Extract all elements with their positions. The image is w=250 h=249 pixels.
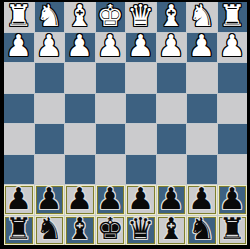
square-h8[interactable]: ♜ [4,216,34,246]
square-c7[interactable]: ♟ [157,185,187,215]
square-h1[interactable]: ♜ [4,2,34,32]
square-b6[interactable] [187,155,217,185]
square-a6[interactable] [218,155,248,185]
black-pawn-piece: ♟ [97,184,124,214]
square-f1[interactable]: ♝ [65,2,95,32]
square-b4[interactable] [187,94,217,124]
square-d5[interactable] [126,124,156,154]
square-g5[interactable] [35,124,65,154]
square-a8[interactable]: ♜ [218,216,248,246]
black-rook-piece: ♜ [219,214,246,244]
square-f3[interactable] [65,63,95,93]
square-b5[interactable] [187,124,217,154]
black-knight-piece: ♞ [188,214,215,244]
square-a2[interactable]: ♟ [218,33,248,63]
white-pawn-piece: ♟ [219,31,246,61]
square-d3[interactable] [126,63,156,93]
square-h4[interactable] [4,94,34,124]
square-b8[interactable]: ♞ [187,216,217,246]
white-pawn-piece: ♟ [158,31,185,61]
square-b3[interactable] [187,63,217,93]
square-a4[interactable] [218,94,248,124]
black-knight-piece: ♞ [36,214,63,244]
square-h3[interactable] [4,63,34,93]
white-king-piece: ♚ [97,1,124,31]
white-bishop-piece: ♝ [66,1,93,31]
black-pawn-piece: ♟ [36,184,63,214]
square-d1[interactable]: ♛ [126,2,156,32]
square-f6[interactable] [65,155,95,185]
square-e2[interactable]: ♟ [96,33,126,63]
square-g1[interactable]: ♞ [35,2,65,32]
black-pawn-piece: ♟ [158,184,185,214]
black-pawn-piece: ♟ [5,184,32,214]
square-g3[interactable] [35,63,65,93]
white-queen-piece: ♛ [127,1,154,31]
black-pawn-piece: ♟ [188,184,215,214]
square-g6[interactable] [35,155,65,185]
square-f5[interactable] [65,124,95,154]
black-pawn-piece: ♟ [127,184,154,214]
square-c5[interactable] [157,124,187,154]
square-g4[interactable] [35,94,65,124]
square-f8[interactable]: ♝ [65,216,95,246]
square-h7[interactable]: ♟ [4,185,34,215]
square-b1[interactable]: ♞ [187,2,217,32]
square-g7[interactable]: ♟ [35,185,65,215]
square-e6[interactable] [96,155,126,185]
square-a3[interactable] [218,63,248,93]
square-c1[interactable]: ♝ [157,2,187,32]
square-f4[interactable] [65,94,95,124]
black-king-piece: ♚ [97,214,124,244]
white-knight-piece: ♞ [36,1,63,31]
white-rook-piece: ♜ [5,1,32,31]
black-pawn-piece: ♟ [219,184,246,214]
square-d4[interactable] [126,94,156,124]
square-a1[interactable]: ♜ [218,2,248,32]
square-e7[interactable]: ♟ [96,185,126,215]
square-e5[interactable] [96,124,126,154]
square-d2[interactable]: ♟ [126,33,156,63]
square-b2[interactable]: ♟ [187,33,217,63]
white-pawn-piece: ♟ [97,31,124,61]
white-rook-piece: ♜ [219,1,246,31]
black-rook-piece: ♜ [5,214,32,244]
square-h6[interactable] [4,155,34,185]
square-c6[interactable] [157,155,187,185]
board-frame: ♜♞♝♚♛♝♞♜♟♟♟♟♟♟♟♟♟♟♟♟♟♟♟♟♜♞♝♚♛♝♞♜ [0,0,250,249]
square-e4[interactable] [96,94,126,124]
black-bishop-piece: ♝ [158,214,185,244]
black-bishop-piece: ♝ [66,214,93,244]
white-pawn-piece: ♟ [5,31,32,61]
square-e1[interactable]: ♚ [96,2,126,32]
black-pawn-piece: ♟ [66,184,93,214]
white-pawn-piece: ♟ [66,31,93,61]
square-a7[interactable]: ♟ [218,185,248,215]
white-pawn-piece: ♟ [127,31,154,61]
square-h2[interactable]: ♟ [4,33,34,63]
square-c4[interactable] [157,94,187,124]
square-e3[interactable] [96,63,126,93]
square-c3[interactable] [157,63,187,93]
square-f2[interactable]: ♟ [65,33,95,63]
square-d6[interactable] [126,155,156,185]
white-bishop-piece: ♝ [158,1,185,31]
chess-board: ♜♞♝♚♛♝♞♜♟♟♟♟♟♟♟♟♟♟♟♟♟♟♟♟♜♞♝♚♛♝♞♜ [4,2,247,245]
square-g8[interactable]: ♞ [35,216,65,246]
square-a5[interactable] [218,124,248,154]
black-queen-piece: ♛ [127,214,154,244]
square-d8[interactable]: ♛ [126,216,156,246]
square-f7[interactable]: ♟ [65,185,95,215]
white-pawn-piece: ♟ [188,31,215,61]
square-c2[interactable]: ♟ [157,33,187,63]
square-b7[interactable]: ♟ [187,185,217,215]
square-c8[interactable]: ♝ [157,216,187,246]
square-e8[interactable]: ♚ [96,216,126,246]
square-h5[interactable] [4,124,34,154]
square-d7[interactable]: ♟ [126,185,156,215]
white-knight-piece: ♞ [188,1,215,31]
white-pawn-piece: ♟ [36,31,63,61]
square-g2[interactable]: ♟ [35,33,65,63]
